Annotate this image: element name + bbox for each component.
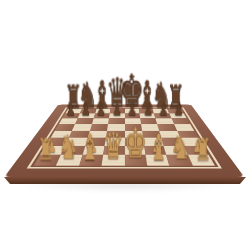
square-h5 (174, 124, 194, 130)
square-c1: ♝ (79, 155, 103, 166)
square-g4 (159, 131, 180, 138)
square-f2: ♟ (144, 146, 166, 155)
square-f1: ♝ (145, 155, 169, 166)
square-f4 (142, 131, 161, 138)
square-a2: ♟ (40, 146, 65, 155)
board-grid: ♜♞♝♛♚♝♞♜♟♟♟♟♟♟♟♟♟♟♟♟♟♟♟♟♜♞♝♛♚♝♞♜ (34, 109, 215, 166)
piece-black-queen: ♛ (106, 73, 128, 113)
square-e4 (124, 131, 142, 138)
square-c6 (92, 118, 109, 124)
square-d6 (108, 118, 124, 124)
square-d3 (105, 138, 125, 146)
square-h2: ♟ (183, 146, 208, 155)
square-b5 (72, 124, 91, 130)
square-a1: ♜ (34, 155, 62, 166)
page: { "game": "chess", "position": { "fen": … (0, 0, 250, 250)
piece-black-bishop: ♝ (136, 76, 157, 113)
board-inlay: ♜♞♝♛♚♝♞♜♟♟♟♟♟♟♟♟♟♟♟♟♟♟♟♟♜♞♝♛♚♝♞♜ (27, 108, 222, 169)
board-shadow (12, 183, 238, 192)
piece-white-bishop: ♝ (148, 130, 168, 165)
square-d1: ♛ (102, 155, 125, 166)
square-g5 (157, 124, 176, 130)
square-d5 (107, 124, 124, 130)
square-h4 (177, 131, 199, 138)
square-a6 (59, 118, 78, 124)
square-a3 (46, 138, 69, 146)
square-c2: ♟ (82, 146, 105, 155)
square-b3 (65, 138, 87, 146)
square-c4 (88, 131, 108, 138)
square-a5 (55, 124, 75, 130)
square-d4 (106, 131, 124, 138)
square-e3 (124, 138, 144, 146)
square-d2: ♟ (103, 146, 124, 155)
square-g1: ♞ (167, 155, 193, 166)
square-e6 (125, 118, 141, 124)
square-f5 (141, 124, 159, 130)
piece-black-bishop: ♝ (92, 76, 113, 113)
piece-black-rook: ♜ (167, 81, 185, 113)
square-f3 (143, 138, 164, 146)
square-e5 (125, 124, 142, 130)
square-h6 (171, 118, 190, 124)
square-e1: ♚ (124, 155, 147, 166)
square-c3 (85, 138, 106, 146)
chessboard: ♜♞♝♛♚♝♞♜♟♟♟♟♟♟♟♟♟♟♟♟♟♟♟♟♜♞♝♛♚♝♞♜ (4, 105, 245, 178)
square-b2: ♟ (61, 146, 85, 155)
chessboard-product-photo: ♜♞♝♛♚♝♞♜♟♟♟♟♟♟♟♟♟♟♟♟♟♟♟♟♜♞♝♛♚♝♞♜ (0, 0, 250, 250)
square-f6 (140, 118, 157, 124)
square-b1: ♞ (56, 155, 82, 166)
square-e2: ♟ (124, 146, 145, 155)
piece-black-rook: ♜ (64, 81, 82, 113)
square-b6 (75, 118, 93, 124)
square-c5 (90, 124, 108, 130)
square-h3 (180, 138, 203, 146)
piece-white-bishop: ♝ (81, 130, 101, 165)
piece-black-king: ♚ (120, 69, 144, 113)
square-h1: ♜ (188, 155, 215, 166)
